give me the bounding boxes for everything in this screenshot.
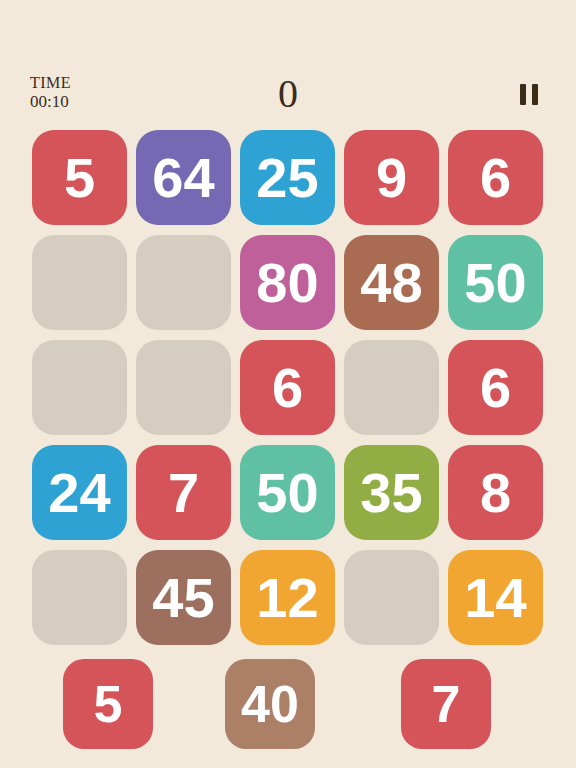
empty-cell	[136, 340, 231, 435]
number-tile[interactable]: 45	[136, 550, 231, 645]
empty-cell	[32, 340, 127, 435]
hand-row: 5407	[0, 659, 576, 749]
board-grid: 56425968048506624750358451214	[32, 130, 543, 645]
number-tile[interactable]: 48	[344, 235, 439, 330]
number-tile[interactable]: 64	[136, 130, 231, 225]
number-tile[interactable]: 80	[240, 235, 335, 330]
number-tile[interactable]: 9	[344, 130, 439, 225]
number-tile[interactable]: 24	[32, 445, 127, 540]
empty-cell	[32, 550, 127, 645]
pause-icon	[532, 84, 538, 105]
empty-cell	[344, 340, 439, 435]
empty-cell	[136, 235, 231, 330]
number-tile[interactable]: 50	[240, 445, 335, 540]
pause-icon	[520, 84, 526, 105]
empty-cell	[32, 235, 127, 330]
hand-tile[interactable]: 5	[63, 659, 153, 749]
number-tile[interactable]: 6	[240, 340, 335, 435]
number-tile[interactable]: 25	[240, 130, 335, 225]
hand-tile[interactable]: 40	[225, 659, 315, 749]
score-display: 0	[0, 70, 576, 117]
empty-cell	[344, 550, 439, 645]
number-tile[interactable]: 7	[136, 445, 231, 540]
number-tile[interactable]: 6	[448, 130, 543, 225]
pause-button[interactable]	[520, 84, 538, 105]
number-tile[interactable]: 12	[240, 550, 335, 645]
number-tile[interactable]: 14	[448, 550, 543, 645]
number-tile[interactable]: 8	[448, 445, 543, 540]
number-tile[interactable]: 5	[32, 130, 127, 225]
number-tile[interactable]: 6	[448, 340, 543, 435]
number-tile[interactable]: 35	[344, 445, 439, 540]
hand-tile[interactable]: 7	[401, 659, 491, 749]
number-tile[interactable]: 50	[448, 235, 543, 330]
header: TIME 00:10 0	[0, 0, 576, 130]
